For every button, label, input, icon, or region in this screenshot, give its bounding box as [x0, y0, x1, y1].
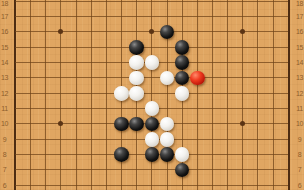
intersection-C14[interactable] [38, 55, 53, 70]
white-stone [129, 55, 144, 70]
intersection-E17[interactable] [69, 9, 84, 24]
intersection-B6[interactable] [23, 178, 38, 190]
intersection-S16[interactable] [266, 24, 281, 39]
row-label-8-right: 8 [295, 151, 304, 158]
intersection-E16[interactable] [69, 24, 84, 39]
row-label-7-right: 7 [295, 166, 304, 173]
intersection-G12[interactable] [99, 86, 114, 101]
intersection-C17[interactable] [38, 9, 53, 24]
row-label-15-right: 15 [295, 44, 304, 51]
intersection-F7[interactable] [84, 162, 99, 177]
black-stone [175, 40, 190, 55]
intersection-K12[interactable] [144, 86, 159, 101]
row-label-6-left: 6 [0, 182, 9, 189]
intersection-J6[interactable] [129, 178, 144, 190]
black-stone [114, 147, 129, 162]
row-label-15-left: 15 [0, 44, 9, 51]
intersection-N18[interactable] [190, 0, 205, 9]
intersection-E9[interactable] [69, 132, 84, 147]
intersection-A17[interactable] [8, 9, 23, 24]
intersection-L11[interactable] [159, 101, 174, 116]
intersection-G10[interactable] [99, 116, 114, 131]
intersection-M9[interactable] [175, 132, 190, 147]
row-label-18-right: 18 [295, 0, 304, 7]
intersection-R6[interactable] [250, 178, 265, 190]
intersection-S17[interactable] [266, 9, 281, 24]
intersection-G6[interactable] [99, 178, 114, 190]
intersection-N17[interactable] [190, 9, 205, 24]
intersection-Q13[interactable] [235, 70, 250, 85]
intersection-J13[interactable] [129, 70, 144, 85]
intersection-T12[interactable] [281, 86, 296, 101]
intersection-F8[interactable] [84, 147, 99, 162]
row-label-6-right: 6 [295, 182, 304, 189]
intersection-D8[interactable] [53, 147, 68, 162]
intersection-S9[interactable] [266, 132, 281, 147]
intersection-Q11[interactable] [235, 101, 250, 116]
intersection-O16[interactable] [205, 24, 220, 39]
intersection-P17[interactable] [220, 9, 235, 24]
intersection-E8[interactable] [69, 147, 84, 162]
intersection-S14[interactable] [266, 55, 281, 70]
intersection-E12[interactable] [69, 86, 84, 101]
intersection-H9[interactable] [114, 132, 129, 147]
intersection-A10[interactable] [8, 116, 23, 131]
white-stone [129, 86, 144, 101]
intersection-T13[interactable] [281, 70, 296, 85]
intersection-C13[interactable] [38, 70, 53, 85]
intersection-G11[interactable] [99, 101, 114, 116]
intersection-T14[interactable] [281, 55, 296, 70]
intersection-A11[interactable] [8, 101, 23, 116]
intersection-P11[interactable] [220, 101, 235, 116]
intersection-C8[interactable] [38, 147, 53, 162]
intersection-T18[interactable] [281, 0, 296, 9]
intersection-A16[interactable] [8, 24, 23, 39]
row-label-11-right: 11 [295, 105, 304, 112]
intersection-K10[interactable] [144, 116, 159, 131]
intersection-N10[interactable] [190, 116, 205, 131]
star-point-k16 [149, 29, 154, 34]
intersection-K17[interactable] [144, 9, 159, 24]
intersection-R7[interactable] [250, 162, 265, 177]
intersection-E14[interactable] [69, 55, 84, 70]
intersection-F9[interactable] [84, 132, 99, 147]
intersection-G13[interactable] [99, 70, 114, 85]
black-stone [175, 71, 190, 86]
intersection-R10[interactable] [250, 116, 265, 131]
row-label-7-left: 7 [0, 166, 9, 173]
intersection-T8[interactable] [281, 147, 296, 162]
intersection-N7[interactable] [190, 162, 205, 177]
intersection-O17[interactable] [205, 9, 220, 24]
intersection-O11[interactable] [205, 101, 220, 116]
intersection-J15[interactable] [129, 40, 144, 55]
intersection-D15[interactable] [53, 40, 68, 55]
intersection-A6[interactable] [8, 178, 23, 190]
intersection-C9[interactable] [38, 132, 53, 147]
intersection-L8[interactable] [159, 147, 174, 162]
intersection-S12[interactable] [266, 86, 281, 101]
intersection-M8[interactable] [175, 147, 190, 162]
black-stone [160, 25, 175, 40]
intersection-L9[interactable] [159, 132, 174, 147]
intersection-K16[interactable] [144, 24, 159, 39]
intersection-A8[interactable] [8, 147, 23, 162]
white-stone [145, 132, 160, 147]
row-label-17-left: 17 [0, 13, 9, 20]
intersection-D16[interactable] [53, 24, 68, 39]
row-label-10-right: 10 [295, 120, 304, 127]
intersection-H10[interactable] [114, 116, 129, 131]
intersection-S15[interactable] [266, 40, 281, 55]
intersection-B9[interactable] [23, 132, 38, 147]
intersection-L16[interactable] [159, 24, 174, 39]
intersection-Q8[interactable] [235, 147, 250, 162]
intersection-R15[interactable] [250, 40, 265, 55]
intersection-F15[interactable] [84, 40, 99, 55]
intersection-H18[interactable] [114, 0, 129, 9]
intersection-P13[interactable] [220, 70, 235, 85]
intersection-M14[interactable] [175, 55, 190, 70]
star-point-q10 [240, 121, 245, 126]
intersection-F18[interactable] [84, 0, 99, 9]
intersection-O6[interactable] [205, 178, 220, 190]
intersection-P6[interactable] [220, 178, 235, 190]
intersection-C11[interactable] [38, 101, 53, 116]
white-stone [160, 71, 175, 86]
intersection-K15[interactable] [144, 40, 159, 55]
intersection-C16[interactable] [38, 24, 53, 39]
intersection-R8[interactable] [250, 147, 265, 162]
intersection-D10[interactable] [53, 116, 68, 131]
intersection-T17[interactable] [281, 9, 296, 24]
intersection-F16[interactable] [84, 24, 99, 39]
intersection-F17[interactable] [84, 9, 99, 24]
intersection-N15[interactable] [190, 40, 205, 55]
intersection-F12[interactable] [84, 86, 99, 101]
intersection-B7[interactable] [23, 162, 38, 177]
intersection-G7[interactable] [99, 162, 114, 177]
intersection-R17[interactable] [250, 9, 265, 24]
intersection-L7[interactable] [159, 162, 174, 177]
row-label-16-left: 16 [0, 28, 9, 35]
intersection-N6[interactable] [190, 178, 205, 190]
intersection-D6[interactable] [53, 178, 68, 190]
intersection-M12[interactable] [175, 86, 190, 101]
intersection-O13[interactable] [205, 70, 220, 85]
intersection-F6[interactable] [84, 178, 99, 190]
intersection-S11[interactable] [266, 101, 281, 116]
intersection-C7[interactable] [38, 162, 53, 177]
row-label-14-left: 14 [0, 59, 9, 66]
intersection-A7[interactable] [8, 162, 23, 177]
intersection-H6[interactable] [114, 178, 129, 190]
intersection-T11[interactable] [281, 101, 296, 116]
intersection-H7[interactable] [114, 162, 129, 177]
intersection-S8[interactable] [266, 147, 281, 162]
white-stone [160, 117, 175, 132]
intersection-F10[interactable] [84, 116, 99, 131]
intersection-H14[interactable] [114, 55, 129, 70]
intersection-P16[interactable] [220, 24, 235, 39]
intersection-L17[interactable] [159, 9, 174, 24]
intersection-B10[interactable] [23, 116, 38, 131]
intersection-D13[interactable] [53, 70, 68, 85]
intersection-J11[interactable] [129, 101, 144, 116]
intersection-J14[interactable] [129, 55, 144, 70]
intersection-M15[interactable] [175, 40, 190, 55]
row-label-9-right: 9 [295, 136, 304, 143]
intersection-J18[interactable] [129, 0, 144, 9]
intersection-M16[interactable] [175, 24, 190, 39]
intersection-E7[interactable] [69, 162, 84, 177]
intersection-H8[interactable] [114, 147, 129, 162]
intersection-G14[interactable] [99, 55, 114, 70]
row-label-9-left: 9 [0, 136, 9, 143]
intersection-P18[interactable] [220, 0, 235, 9]
go-board[interactable] [8, 0, 296, 190]
intersection-B15[interactable] [23, 40, 38, 55]
intersection-D9[interactable] [53, 132, 68, 147]
intersection-C12[interactable] [38, 86, 53, 101]
intersection-B11[interactable] [23, 101, 38, 116]
row-label-13-left: 13 [0, 74, 9, 81]
intersection-O15[interactable] [205, 40, 220, 55]
intersection-O9[interactable] [205, 132, 220, 147]
intersection-Q6[interactable] [235, 178, 250, 190]
intersection-B16[interactable] [23, 24, 38, 39]
intersection-Q16[interactable] [235, 24, 250, 39]
intersection-G8[interactable] [99, 147, 114, 162]
intersection-S13[interactable] [266, 70, 281, 85]
intersection-A13[interactable] [8, 70, 23, 85]
intersection-P14[interactable] [220, 55, 235, 70]
intersection-N9[interactable] [190, 132, 205, 147]
intersection-T15[interactable] [281, 40, 296, 55]
intersection-N13[interactable] [190, 70, 205, 85]
white-stone [145, 55, 160, 70]
intersection-L14[interactable] [159, 55, 174, 70]
star-point-d10 [58, 121, 63, 126]
row-label-11-left: 11 [0, 105, 9, 112]
intersection-Q12[interactable] [235, 86, 250, 101]
intersection-R11[interactable] [250, 101, 265, 116]
go-board-screen: 1818171716161515141413131212111110109988… [0, 0, 304, 190]
white-stone [129, 71, 144, 86]
intersection-L15[interactable] [159, 40, 174, 55]
intersection-H13[interactable] [114, 70, 129, 85]
intersection-D11[interactable] [53, 101, 68, 116]
intersection-G9[interactable] [99, 132, 114, 147]
intersection-G16[interactable] [99, 24, 114, 39]
intersection-B13[interactable] [23, 70, 38, 85]
intersection-A14[interactable] [8, 55, 23, 70]
intersection-M11[interactable] [175, 101, 190, 116]
row-label-12-left: 12 [0, 90, 9, 97]
intersection-M6[interactable] [175, 178, 190, 190]
intersection-R14[interactable] [250, 55, 265, 70]
intersection-K18[interactable] [144, 0, 159, 9]
intersection-T9[interactable] [281, 132, 296, 147]
red-stone-last-move [190, 71, 205, 86]
black-stone [175, 163, 190, 178]
intersection-K9[interactable] [144, 132, 159, 147]
intersection-K8[interactable] [144, 147, 159, 162]
intersection-A15[interactable] [8, 40, 23, 55]
intersection-R18[interactable] [250, 0, 265, 9]
intersection-N11[interactable] [190, 101, 205, 116]
intersection-L6[interactable] [159, 178, 174, 190]
intersection-D14[interactable] [53, 55, 68, 70]
row-label-14-right: 14 [295, 59, 304, 66]
intersection-E15[interactable] [69, 40, 84, 55]
intersection-S7[interactable] [266, 162, 281, 177]
black-stone [145, 147, 160, 162]
intersection-G15[interactable] [99, 40, 114, 55]
intersection-N16[interactable] [190, 24, 205, 39]
intersection-B14[interactable] [23, 55, 38, 70]
intersection-K6[interactable] [144, 178, 159, 190]
black-stone [145, 117, 160, 132]
intersection-H12[interactable] [114, 86, 129, 101]
intersection-O8[interactable] [205, 147, 220, 162]
intersection-P9[interactable] [220, 132, 235, 147]
row-label-17-right: 17 [295, 13, 304, 20]
intersection-M13[interactable] [175, 70, 190, 85]
intersection-Q10[interactable] [235, 116, 250, 131]
intersection-E11[interactable] [69, 101, 84, 116]
row-label-18-left: 18 [0, 0, 9, 7]
intersection-Q17[interactable] [235, 9, 250, 24]
intersection-D12[interactable] [53, 86, 68, 101]
intersection-B17[interactable] [23, 9, 38, 24]
intersection-O18[interactable] [205, 0, 220, 9]
intersection-P15[interactable] [220, 40, 235, 55]
white-stone [175, 147, 190, 162]
intersection-F11[interactable] [84, 101, 99, 116]
intersection-M17[interactable] [175, 9, 190, 24]
intersection-Q18[interactable] [235, 0, 250, 9]
intersection-J8[interactable] [129, 147, 144, 162]
intersection-P8[interactable] [220, 147, 235, 162]
intersection-H15[interactable] [114, 40, 129, 55]
intersection-T10[interactable] [281, 116, 296, 131]
intersection-Q14[interactable] [235, 55, 250, 70]
intersection-O10[interactable] [205, 116, 220, 131]
intersection-E18[interactable] [69, 0, 84, 9]
black-stone [175, 55, 190, 70]
intersection-L10[interactable] [159, 116, 174, 131]
intersection-R13[interactable] [250, 70, 265, 85]
intersection-K7[interactable] [144, 162, 159, 177]
white-stone [145, 101, 160, 116]
white-stone [175, 86, 190, 101]
intersection-O12[interactable] [205, 86, 220, 101]
row-label-13-right: 13 [295, 74, 304, 81]
intersection-E10[interactable] [69, 116, 84, 131]
intersection-K11[interactable] [144, 101, 159, 116]
intersection-T16[interactable] [281, 24, 296, 39]
intersection-F13[interactable] [84, 70, 99, 85]
row-label-8-left: 8 [0, 151, 9, 158]
intersection-M10[interactable] [175, 116, 190, 131]
intersection-C18[interactable] [38, 0, 53, 9]
intersection-B12[interactable] [23, 86, 38, 101]
row-label-12-right: 12 [295, 90, 304, 97]
black-stone [129, 117, 144, 132]
intersection-Q7[interactable] [235, 162, 250, 177]
intersection-C6[interactable] [38, 178, 53, 190]
intersection-D17[interactable] [53, 9, 68, 24]
intersection-C15[interactable] [38, 40, 53, 55]
intersection-J17[interactable] [129, 9, 144, 24]
intersection-O14[interactable] [205, 55, 220, 70]
intersection-O7[interactable] [205, 162, 220, 177]
intersection-P7[interactable] [220, 162, 235, 177]
intersection-M7[interactable] [175, 162, 190, 177]
intersection-R12[interactable] [250, 86, 265, 101]
intersection-E6[interactable] [69, 178, 84, 190]
intersection-T7[interactable] [281, 162, 296, 177]
star-point-d16 [58, 29, 63, 34]
intersection-H11[interactable] [114, 101, 129, 116]
intersection-N8[interactable] [190, 147, 205, 162]
intersection-D18[interactable] [53, 0, 68, 9]
intersection-J10[interactable] [129, 116, 144, 131]
intersection-H17[interactable] [114, 9, 129, 24]
intersection-N14[interactable] [190, 55, 205, 70]
intersection-J16[interactable] [129, 24, 144, 39]
intersection-A18[interactable] [8, 0, 23, 9]
intersection-F14[interactable] [84, 55, 99, 70]
intersection-J12[interactable] [129, 86, 144, 101]
intersection-C10[interactable] [38, 116, 53, 131]
row-label-10-left: 10 [0, 120, 9, 127]
intersection-Q9[interactable] [235, 132, 250, 147]
intersection-L18[interactable] [159, 0, 174, 9]
intersection-R9[interactable] [250, 132, 265, 147]
intersection-G17[interactable] [99, 9, 114, 24]
intersection-T6[interactable] [281, 178, 296, 190]
white-stone [114, 86, 129, 101]
intersection-L12[interactable] [159, 86, 174, 101]
intersection-J7[interactable] [129, 162, 144, 177]
intersection-S6[interactable] [266, 178, 281, 190]
intersection-Q15[interactable] [235, 40, 250, 55]
intersection-B8[interactable] [23, 147, 38, 162]
intersection-N12[interactable] [190, 86, 205, 101]
intersection-M18[interactable] [175, 0, 190, 9]
intersection-S18[interactable] [266, 0, 281, 9]
intersection-R16[interactable] [250, 24, 265, 39]
intersection-S10[interactable] [266, 116, 281, 131]
intersection-B18[interactable] [23, 0, 38, 9]
row-label-16-right: 16 [295, 28, 304, 35]
intersection-E13[interactable] [69, 70, 84, 85]
intersection-K14[interactable] [144, 55, 159, 70]
intersection-L13[interactable] [159, 70, 174, 85]
intersection-P10[interactable] [220, 116, 235, 131]
intersection-A9[interactable] [8, 132, 23, 147]
intersection-P12[interactable] [220, 86, 235, 101]
intersection-D7[interactable] [53, 162, 68, 177]
intersection-J9[interactable] [129, 132, 144, 147]
intersection-G18[interactable] [99, 0, 114, 9]
intersection-K13[interactable] [144, 70, 159, 85]
intersection-H16[interactable] [114, 24, 129, 39]
intersection-A12[interactable] [8, 86, 23, 101]
